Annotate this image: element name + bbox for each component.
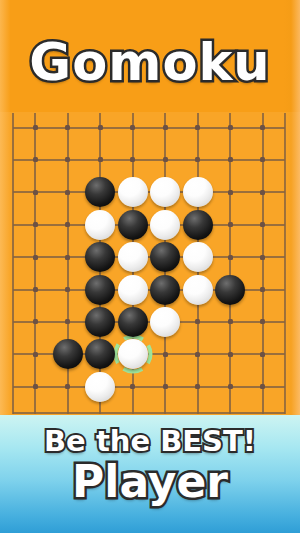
intersection-dot <box>98 157 103 162</box>
black-stone <box>150 275 180 305</box>
game-board[interactable] <box>0 112 300 415</box>
intersection-dot <box>33 222 38 227</box>
white-stone <box>150 177 180 207</box>
intersection-dot <box>33 157 38 162</box>
intersection-dot <box>260 352 265 357</box>
white-stone <box>85 372 115 402</box>
black-stone <box>118 307 148 337</box>
intersection-dot <box>260 190 265 195</box>
intersection-dot <box>33 125 38 130</box>
white-stone <box>150 210 180 240</box>
white-stone <box>150 307 180 337</box>
intersection-dot <box>130 157 135 162</box>
intersection-dot <box>260 287 265 292</box>
intersection-dot <box>195 157 200 162</box>
black-stone <box>150 242 180 272</box>
intersection-dot <box>130 125 135 130</box>
white-stone <box>183 177 213 207</box>
black-stone <box>53 339 83 369</box>
intersection-dot <box>163 352 168 357</box>
intersection-dot <box>98 125 103 130</box>
board-edge-line-left <box>12 113 14 414</box>
intersection-dot <box>65 190 70 195</box>
white-stone <box>85 210 115 240</box>
intersection-dot <box>33 255 38 260</box>
white-stone <box>183 242 213 272</box>
footer-banner: Be the BEST! Be the BEST! Player Player <box>0 415 300 533</box>
intersection-dot <box>65 222 70 227</box>
intersection-dot <box>33 190 38 195</box>
app-screenshot: Gomoku Gomoku Be the BEST! Be the BEST! … <box>0 0 300 533</box>
app-title: Gomoku Gomoku <box>29 36 270 90</box>
header-banner: Gomoku Gomoku <box>0 0 300 112</box>
intersection-dot <box>65 319 70 324</box>
black-stone <box>85 242 115 272</box>
intersection-dot <box>163 384 168 389</box>
intersection-dot <box>228 255 233 260</box>
intersection-dot <box>65 157 70 162</box>
intersection-dot <box>163 157 168 162</box>
board-edge-line-right <box>284 113 286 414</box>
intersection-dot <box>65 125 70 130</box>
intersection-dot <box>130 384 135 389</box>
intersection-dot <box>65 287 70 292</box>
black-stone <box>183 210 213 240</box>
black-stone <box>85 275 115 305</box>
intersection-dot <box>33 384 38 389</box>
intersection-dot <box>195 352 200 357</box>
intersection-dot <box>228 319 233 324</box>
tagline-line1: Be the BEST! Be the BEST! <box>44 426 256 456</box>
black-stone <box>118 210 148 240</box>
black-stone <box>85 307 115 337</box>
tagline-line2: Player Player <box>72 459 228 505</box>
white-stone <box>118 242 148 272</box>
intersection-dot <box>228 222 233 227</box>
intersection-dot <box>33 319 38 324</box>
white-stone <box>118 177 148 207</box>
intersection-dot <box>65 255 70 260</box>
intersection-dot <box>260 384 265 389</box>
intersection-dot <box>260 255 265 260</box>
intersection-dot <box>260 157 265 162</box>
intersection-dot <box>195 384 200 389</box>
intersection-dot <box>65 384 70 389</box>
black-stone <box>85 177 115 207</box>
grid-line-h <box>13 386 285 388</box>
black-stone <box>215 275 245 305</box>
white-stone <box>118 275 148 305</box>
intersection-dot <box>195 319 200 324</box>
intersection-dot <box>163 125 168 130</box>
white-stone <box>118 339 148 369</box>
intersection-dot <box>228 190 233 195</box>
intersection-dot <box>228 384 233 389</box>
intersection-dot <box>195 125 200 130</box>
intersection-dot <box>33 287 38 292</box>
intersection-dot <box>260 125 265 130</box>
grid-line-h <box>13 159 285 161</box>
intersection-dot <box>228 352 233 357</box>
intersection-dot <box>260 222 265 227</box>
grid-line-h <box>13 127 285 129</box>
intersection-dot <box>228 157 233 162</box>
intersection-dot <box>260 319 265 324</box>
board-edge-line-bottom <box>13 412 285 414</box>
intersection-dot <box>228 125 233 130</box>
white-stone <box>183 275 213 305</box>
intersection-dot <box>33 352 38 357</box>
